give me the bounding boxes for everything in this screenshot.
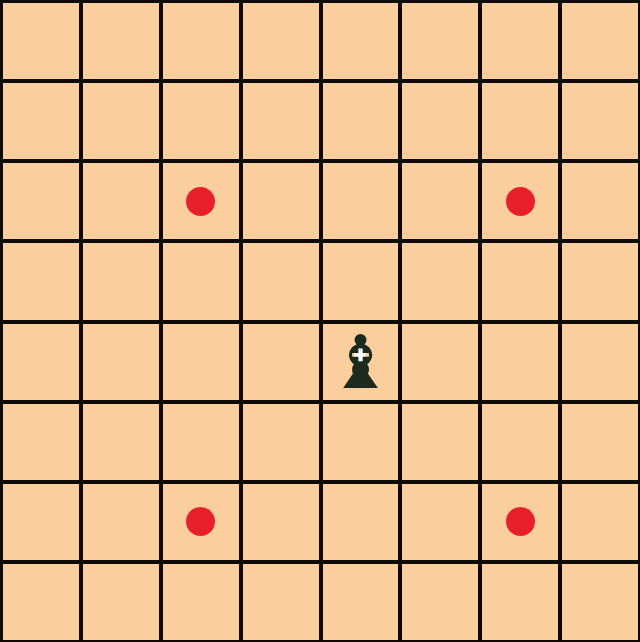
square-g8[interactable] xyxy=(482,3,558,79)
square-e2[interactable] xyxy=(323,484,399,560)
square-a5[interactable] xyxy=(3,243,79,319)
square-b7[interactable] xyxy=(83,83,159,159)
square-b8[interactable] xyxy=(83,3,159,79)
move-target-dot xyxy=(506,187,535,216)
square-c7[interactable] xyxy=(163,83,239,159)
square-d8[interactable] xyxy=(243,3,319,79)
square-c2[interactable] xyxy=(163,484,239,560)
square-f1[interactable] xyxy=(402,564,478,640)
square-a7[interactable] xyxy=(3,83,79,159)
move-target-dot xyxy=(186,187,215,216)
square-b3[interactable] xyxy=(83,404,159,480)
square-h5[interactable] xyxy=(562,243,638,319)
square-b5[interactable] xyxy=(83,243,159,319)
square-c8[interactable] xyxy=(163,3,239,79)
square-f7[interactable] xyxy=(402,83,478,159)
square-h2[interactable] xyxy=(562,484,638,560)
square-h8[interactable] xyxy=(562,3,638,79)
square-h6[interactable] xyxy=(562,163,638,239)
square-g1[interactable] xyxy=(482,564,558,640)
square-b2[interactable] xyxy=(83,484,159,560)
square-h3[interactable] xyxy=(562,404,638,480)
move-target-dot xyxy=(186,507,215,536)
square-d7[interactable] xyxy=(243,83,319,159)
square-a6[interactable] xyxy=(3,163,79,239)
square-d2[interactable] xyxy=(243,484,319,560)
move-target-dot xyxy=(506,507,535,536)
square-b4[interactable] xyxy=(83,324,159,400)
square-f3[interactable] xyxy=(402,404,478,480)
square-a8[interactable] xyxy=(3,3,79,79)
square-f8[interactable] xyxy=(402,3,478,79)
square-e3[interactable] xyxy=(323,404,399,480)
square-f6[interactable] xyxy=(402,163,478,239)
square-g6[interactable] xyxy=(482,163,558,239)
square-e4[interactable]: ♝ xyxy=(323,324,399,400)
square-c6[interactable] xyxy=(163,163,239,239)
square-d6[interactable] xyxy=(243,163,319,239)
square-c1[interactable] xyxy=(163,564,239,640)
square-h7[interactable] xyxy=(562,83,638,159)
square-a3[interactable] xyxy=(3,404,79,480)
black-bishop[interactable]: ♝ xyxy=(327,325,393,399)
square-f5[interactable] xyxy=(402,243,478,319)
chess-board: ♝ xyxy=(0,0,640,642)
square-g7[interactable] xyxy=(482,83,558,159)
square-g4[interactable] xyxy=(482,324,558,400)
square-e8[interactable] xyxy=(323,3,399,79)
square-c3[interactable] xyxy=(163,404,239,480)
square-h1[interactable] xyxy=(562,564,638,640)
square-g3[interactable] xyxy=(482,404,558,480)
square-f4[interactable] xyxy=(402,324,478,400)
square-a2[interactable] xyxy=(3,484,79,560)
square-a1[interactable] xyxy=(3,564,79,640)
square-a4[interactable] xyxy=(3,324,79,400)
square-b1[interactable] xyxy=(83,564,159,640)
square-e7[interactable] xyxy=(323,83,399,159)
square-e6[interactable] xyxy=(323,163,399,239)
square-g5[interactable] xyxy=(482,243,558,319)
square-d5[interactable] xyxy=(243,243,319,319)
square-b6[interactable] xyxy=(83,163,159,239)
square-e5[interactable] xyxy=(323,243,399,319)
square-h4[interactable] xyxy=(562,324,638,400)
square-f2[interactable] xyxy=(402,484,478,560)
square-c4[interactable] xyxy=(163,324,239,400)
square-e1[interactable] xyxy=(323,564,399,640)
square-d3[interactable] xyxy=(243,404,319,480)
square-g2[interactable] xyxy=(482,484,558,560)
square-d1[interactable] xyxy=(243,564,319,640)
square-c5[interactable] xyxy=(163,243,239,319)
square-d4[interactable] xyxy=(243,324,319,400)
